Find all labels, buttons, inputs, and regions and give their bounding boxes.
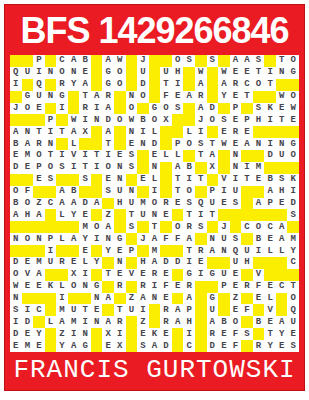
letter-cell: S — [287, 209, 299, 221]
letter-cell: D — [10, 162, 22, 174]
blocked-cell — [56, 138, 68, 150]
blocked-cell — [68, 103, 80, 115]
letter-cell: C — [287, 257, 299, 269]
letter-cell: E — [230, 114, 242, 126]
letter-cell: S — [276, 174, 288, 186]
blocked-cell — [114, 138, 126, 150]
blocked-cell — [91, 55, 103, 67]
letter-cell: C — [241, 221, 253, 233]
letter-cell: N — [230, 162, 242, 174]
blocked-cell — [114, 293, 126, 305]
letter-cell: F — [160, 233, 172, 245]
letter-cell: A — [230, 55, 242, 67]
letter-cell: M — [22, 150, 34, 162]
blocked-cell — [149, 67, 161, 79]
letter-cell: E — [172, 91, 184, 103]
letter-cell: E — [33, 340, 45, 352]
letter-cell: L — [56, 281, 68, 293]
letter-cell: I — [195, 209, 207, 221]
letter-cell: E — [33, 281, 45, 293]
blocked-cell — [114, 91, 126, 103]
letter-cell: F — [22, 186, 34, 198]
letter-cell: Y — [102, 245, 114, 257]
letter-cell: T — [264, 79, 276, 91]
blocked-cell — [230, 221, 242, 233]
letter-cell: O — [287, 91, 299, 103]
letter-cell: C — [45, 198, 57, 210]
letter-cell: U — [33, 91, 45, 103]
letter-cell: G — [56, 91, 68, 103]
blocked-cell — [195, 186, 207, 198]
letter-cell: P — [241, 114, 253, 126]
blocked-cell — [241, 340, 253, 352]
letter-cell: W — [287, 103, 299, 115]
letter-cell: V — [126, 269, 138, 281]
letter-cell: K — [264, 103, 276, 115]
blocked-cell — [114, 221, 126, 233]
letter-cell: T — [276, 55, 288, 67]
letter-cell: N — [79, 328, 91, 340]
letter-cell: U — [230, 186, 242, 198]
blocked-cell — [195, 162, 207, 174]
letter-cell: N — [45, 138, 57, 150]
letter-cell: U — [137, 67, 149, 79]
letter-cell: A — [276, 316, 288, 328]
letter-cell: V — [218, 174, 230, 186]
letter-cell: K — [45, 281, 57, 293]
letter-cell: N — [230, 150, 242, 162]
letter-cell: A — [137, 293, 149, 305]
letter-cell: A — [253, 198, 265, 210]
letter-cell: T — [114, 304, 126, 316]
letter-cell: E — [264, 233, 276, 245]
letter-cell: W — [195, 67, 207, 79]
blocked-cell — [264, 257, 276, 269]
letter-cell: S — [45, 174, 57, 186]
letter-cell: N — [91, 293, 103, 305]
blocked-cell — [160, 221, 172, 233]
blocked-cell — [230, 209, 242, 221]
letter-cell: O — [207, 114, 219, 126]
letter-cell: O — [253, 79, 265, 91]
letter-cell: H — [137, 257, 149, 269]
letter-cell: P — [45, 114, 57, 126]
letter-cell: A — [68, 198, 80, 210]
letter-cell: A — [172, 316, 184, 328]
letter-cell: P — [33, 162, 45, 174]
letter-cell: E — [149, 150, 161, 162]
blocked-cell — [172, 328, 184, 340]
letter-cell: E — [264, 281, 276, 293]
letter-cell: L — [68, 138, 80, 150]
letter-cell: O — [137, 91, 149, 103]
letter-cell: A — [68, 126, 80, 138]
letter-cell: F — [253, 281, 265, 293]
letter-cell: K — [287, 174, 299, 186]
letter-cell: A — [10, 126, 22, 138]
letter-cell: O — [22, 103, 34, 115]
letter-cell: A — [276, 233, 288, 245]
letter-cell: Q — [10, 67, 22, 79]
letter-cell: L — [276, 245, 288, 257]
blocked-cell — [68, 174, 80, 186]
letter-cell: R — [79, 103, 91, 115]
letter-cell: U — [218, 269, 230, 281]
blocked-cell — [22, 245, 34, 257]
letter-cell: H — [22, 209, 34, 221]
letter-cell: S — [253, 103, 265, 115]
blocked-cell — [276, 257, 288, 269]
letter-cell: P — [172, 138, 184, 150]
letter-cell: X — [79, 126, 91, 138]
letter-cell: E — [22, 281, 34, 293]
letter-cell: E — [79, 67, 91, 79]
blocked-cell — [253, 328, 265, 340]
letter-cell: E — [253, 174, 265, 186]
letter-cell: Q — [287, 304, 299, 316]
letter-cell: A — [276, 221, 288, 233]
blocked-cell — [276, 269, 288, 281]
letter-cell: A — [183, 91, 195, 103]
letter-cell: O — [91, 221, 103, 233]
letter-cell: I — [230, 174, 242, 186]
letter-cell: A — [172, 304, 184, 316]
blocked-cell — [68, 245, 80, 257]
blocked-cell — [56, 221, 68, 233]
blocked-cell — [253, 257, 265, 269]
blocked-cell — [137, 162, 149, 174]
blocked-cell — [45, 340, 57, 352]
blocked-cell — [264, 269, 276, 281]
blocked-cell — [126, 257, 138, 269]
letter-cell: I — [91, 233, 103, 245]
blocked-cell — [22, 79, 34, 91]
letter-cell: R — [195, 245, 207, 257]
letter-cell: D — [10, 328, 22, 340]
blocked-cell — [241, 103, 253, 115]
letter-cell: O — [172, 221, 184, 233]
blocked-cell — [195, 340, 207, 352]
letter-cell: Y — [218, 91, 230, 103]
letter-cell: A — [207, 316, 219, 328]
blocked-cell — [45, 293, 57, 305]
letter-cell: N — [22, 126, 34, 138]
letter-cell: A — [207, 245, 219, 257]
blocked-cell — [172, 209, 184, 221]
letter-cell: G — [102, 67, 114, 79]
letter-cell: U — [276, 150, 288, 162]
letter-cell: Q — [230, 245, 242, 257]
letter-cell: V — [22, 269, 34, 281]
letter-cell: L — [183, 126, 195, 138]
letter-cell: E — [195, 257, 207, 269]
letter-cell: I — [102, 150, 114, 162]
letter-cell: T — [79, 91, 91, 103]
letter-cell: J — [10, 103, 22, 115]
letter-cell: S — [102, 186, 114, 198]
letter-cell: T — [207, 209, 219, 221]
letter-cell: O — [22, 198, 34, 210]
blocked-cell — [172, 293, 184, 305]
letter-cell: A — [68, 340, 80, 352]
letter-cell: S — [287, 340, 299, 352]
letter-cell: N — [149, 162, 161, 174]
letter-cell: N — [137, 138, 149, 150]
blocked-cell — [10, 91, 22, 103]
letter-cell: G — [207, 293, 219, 305]
letter-cell: I — [56, 103, 68, 115]
letter-cell: R — [183, 221, 195, 233]
blocked-cell — [126, 79, 138, 91]
letter-cell: A — [68, 233, 80, 245]
letter-cell: I — [91, 162, 103, 174]
blocked-cell — [79, 293, 91, 305]
letter-cell: I — [149, 281, 161, 293]
letter-cell: V — [264, 304, 276, 316]
letter-cell: B — [183, 162, 195, 174]
letter-cell: A — [172, 162, 184, 174]
letter-cell: C — [183, 340, 195, 352]
letter-cell: G — [207, 269, 219, 281]
letter-cell: I — [183, 174, 195, 186]
blocked-cell — [126, 233, 138, 245]
letter-cell: O — [183, 186, 195, 198]
letter-cell: I — [56, 293, 68, 305]
letter-cell: O — [33, 150, 45, 162]
blocked-cell — [126, 316, 138, 328]
letter-cell: B — [253, 316, 265, 328]
letter-cell: S — [126, 150, 138, 162]
letter-cell: L — [79, 257, 91, 269]
blocked-cell — [172, 245, 184, 257]
letter-cell: D — [10, 257, 22, 269]
blocked-cell — [22, 55, 34, 67]
letter-cell: K — [149, 328, 161, 340]
blocked-cell — [195, 304, 207, 316]
letter-cell: B — [264, 174, 276, 186]
letter-cell: E — [253, 293, 265, 305]
letter-cell: W — [10, 281, 22, 293]
letter-cell: Z — [33, 198, 45, 210]
letter-cell: A — [241, 138, 253, 150]
letter-cell: A — [241, 55, 253, 67]
letter-cell: W — [218, 67, 230, 79]
letter-cell: E — [276, 103, 288, 115]
letter-cell: I — [195, 126, 207, 138]
letter-cell: I — [264, 114, 276, 126]
letter-cell: D — [160, 340, 172, 352]
blocked-cell — [160, 162, 172, 174]
letter-cell: I — [183, 328, 195, 340]
letter-cell: U — [207, 304, 219, 316]
blocked-cell — [195, 233, 207, 245]
blocked-cell — [45, 209, 57, 221]
blocked-cell — [22, 114, 34, 126]
letter-cell: W — [218, 138, 230, 150]
letter-cell: D — [79, 198, 91, 210]
blocked-cell — [241, 316, 253, 328]
letter-cell: Z — [230, 293, 242, 305]
letter-cell: R — [102, 91, 114, 103]
blocked-cell — [149, 91, 161, 103]
blocked-cell — [45, 304, 57, 316]
blocked-cell — [195, 328, 207, 340]
letter-cell: E — [22, 162, 34, 174]
letter-cell: D — [207, 340, 219, 352]
letter-cell: N — [276, 138, 288, 150]
letter-cell: I — [114, 328, 126, 340]
blocked-cell — [137, 245, 149, 257]
letter-cell: A — [149, 233, 161, 245]
blocked-cell — [126, 174, 138, 186]
letter-cell: U — [287, 316, 299, 328]
letter-cell: U — [137, 209, 149, 221]
blocked-cell — [126, 340, 138, 352]
letter-cell: E — [230, 67, 242, 79]
letter-cell: H — [114, 198, 126, 210]
letter-cell: N — [91, 316, 103, 328]
letter-cell: O — [114, 79, 126, 91]
letter-cell: I — [218, 186, 230, 198]
letter-cell: S — [230, 198, 242, 210]
blocked-cell — [241, 150, 253, 162]
letter-cell: M — [137, 198, 149, 210]
letter-cell: H — [172, 67, 184, 79]
blocked-cell — [160, 174, 172, 186]
letter-cell: E — [114, 269, 126, 281]
letter-cell: G — [287, 67, 299, 79]
letter-cell: R — [114, 281, 126, 293]
letter-cell: I — [79, 114, 91, 126]
blocked-cell — [207, 126, 219, 138]
letter-cell: Y — [68, 79, 80, 91]
letter-cell: A — [10, 209, 22, 221]
letter-cell: A — [195, 79, 207, 91]
blocked-cell — [287, 126, 299, 138]
letter-cell: H — [276, 186, 288, 198]
letter-cell: I — [79, 150, 91, 162]
letter-cell: F — [241, 304, 253, 316]
blocked-cell — [91, 245, 103, 257]
letter-cell: O — [183, 138, 195, 150]
letter-cell: W — [114, 55, 126, 67]
letter-cell: M — [56, 304, 68, 316]
letter-cell: T — [195, 174, 207, 186]
letter-cell: T — [183, 245, 195, 257]
letter-cell: I — [45, 126, 57, 138]
letter-cell: E — [114, 245, 126, 257]
letter-cell: R — [149, 269, 161, 281]
letter-cell: A — [33, 209, 45, 221]
letter-cell: I — [137, 126, 149, 138]
letter-cell: T — [102, 138, 114, 150]
blocked-cell — [56, 174, 68, 186]
letter-cell: H — [241, 257, 253, 269]
letter-cell: T — [79, 162, 91, 174]
letter-cell: N — [207, 233, 219, 245]
blocked-cell — [241, 209, 253, 221]
letter-cell: N — [45, 91, 57, 103]
letter-cell: N — [114, 257, 126, 269]
letter-cell: H — [253, 114, 265, 126]
blocked-cell — [287, 79, 299, 91]
letter-cell: E — [230, 281, 242, 293]
letter-cell: N — [276, 67, 288, 79]
blocked-cell — [218, 162, 230, 174]
letter-cell: O — [10, 269, 22, 281]
letter-cell: A — [149, 340, 161, 352]
letter-cell: R — [230, 79, 242, 91]
letter-cell: G — [114, 233, 126, 245]
letter-cell: W — [68, 114, 80, 126]
letter-cell: X — [207, 162, 219, 174]
letter-cell: Y — [79, 233, 91, 245]
cover-title: BFS 1429266846 — [5, 5, 304, 55]
letter-cell: E — [230, 138, 242, 150]
letter-cell: O — [172, 55, 184, 67]
blocked-cell — [264, 91, 276, 103]
blocked-cell — [102, 281, 114, 293]
letter-cell: S — [241, 328, 253, 340]
letter-cell: I — [137, 304, 149, 316]
letter-cell: E — [10, 150, 22, 162]
letter-cell: N — [68, 67, 80, 79]
letter-cell: O — [149, 198, 161, 210]
letter-cell: N — [10, 233, 22, 245]
blocked-cell — [160, 245, 172, 257]
blocked-cell — [207, 221, 219, 233]
blocked-cell — [276, 304, 288, 316]
letter-cell: P — [33, 55, 45, 67]
letter-cell: J — [218, 221, 230, 233]
letter-cell: E — [172, 198, 184, 210]
letter-cell: R — [207, 328, 219, 340]
letter-cell: S — [126, 221, 138, 233]
letter-cell: Y — [264, 340, 276, 352]
blocked-cell — [33, 293, 45, 305]
letter-cell: A — [79, 79, 91, 91]
letter-cell: N — [253, 138, 265, 150]
blocked-cell — [253, 150, 265, 162]
letter-cell: P — [207, 186, 219, 198]
letter-cell: R — [160, 198, 172, 210]
letter-cell: A — [264, 186, 276, 198]
letter-cell: O — [114, 67, 126, 79]
blocked-cell — [126, 67, 138, 79]
letter-cell: A — [91, 91, 103, 103]
blocked-cell — [172, 340, 184, 352]
letter-cell: G — [149, 103, 161, 115]
letter-cell: P — [45, 233, 57, 245]
letter-cell: Q — [33, 79, 45, 91]
blocked-cell — [91, 269, 103, 281]
letter-cell: L — [160, 150, 172, 162]
letter-cell: O — [287, 55, 299, 67]
letter-cell: C — [276, 281, 288, 293]
blocked-cell — [218, 257, 230, 269]
blocked-cell — [10, 114, 22, 126]
blocked-cell — [45, 186, 57, 198]
letter-cell: A — [102, 103, 114, 115]
blocked-cell — [195, 281, 207, 293]
blocked-cell — [218, 103, 230, 115]
letter-cell: O — [102, 162, 114, 174]
letter-cell: E — [230, 304, 242, 316]
letter-cell: T — [241, 91, 253, 103]
letter-cell: B — [79, 55, 91, 67]
blocked-cell — [183, 67, 195, 79]
blocked-cell — [10, 174, 22, 186]
